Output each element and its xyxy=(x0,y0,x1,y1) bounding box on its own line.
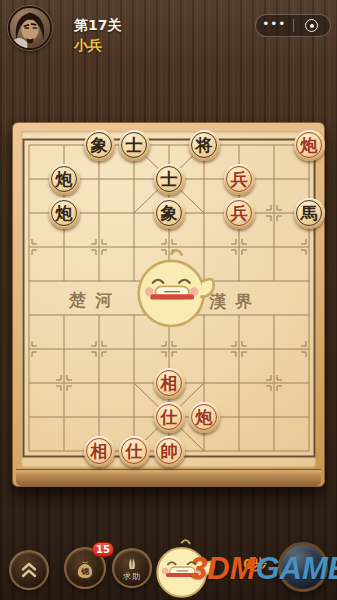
piece-red-相[interactable]: 相 xyxy=(154,368,185,399)
help-button[interactable]: 求助 xyxy=(112,548,152,588)
piece-black-士[interactable]: 士 xyxy=(154,164,185,195)
piece-black-炮[interactable]: 炮 xyxy=(49,164,80,195)
more-menu-icon[interactable]: ••• xyxy=(256,19,293,29)
close-target-icon[interactable] xyxy=(294,19,331,32)
app-screen: 第17关 小兵 ••• 楚河 漢界 象士将炮炮士兵炮象兵馬相仕炮相仕帥 锦 15 xyxy=(0,0,337,600)
piece-red-相[interactable]: 相 xyxy=(84,436,115,467)
collapse-button[interactable] xyxy=(9,550,49,590)
piece-red-兵[interactable]: 兵 xyxy=(224,198,255,229)
piece-black-士[interactable]: 士 xyxy=(119,130,150,161)
piece-red-炮[interactable]: 炮 xyxy=(189,402,220,433)
help-label: 求助 xyxy=(123,573,141,581)
money-bag-icon: 锦 xyxy=(71,554,99,582)
level-name: 小兵 xyxy=(74,37,102,55)
level-label: 第17关 xyxy=(74,17,121,35)
watermark-chick-icon xyxy=(148,536,218,600)
double-chevron-up-icon xyxy=(17,558,41,582)
piece-red-炮[interactable]: 炮 xyxy=(294,130,325,161)
piece-black-炮[interactable]: 炮 xyxy=(49,198,80,229)
hint-count-badge: 15 xyxy=(92,542,114,557)
piece-black-馬[interactable]: 馬 xyxy=(294,198,325,229)
board-grid: 象士将炮炮士兵炮象兵馬相仕炮相仕帥 xyxy=(13,123,326,488)
piece-black-象[interactable]: 象 xyxy=(84,130,115,161)
piece-black-将[interactable]: 将 xyxy=(189,130,220,161)
xiangqi-board: 楚河 漢界 象士将炮炮士兵炮象兵馬相仕炮相仕帥 xyxy=(12,122,325,487)
piece-red-仕[interactable]: 仕 xyxy=(119,436,150,467)
player-avatar[interactable] xyxy=(8,6,52,50)
piece-red-仕[interactable]: 仕 xyxy=(154,402,185,433)
piece-black-象[interactable]: 象 xyxy=(154,198,185,229)
step-counter: 0步 xyxy=(243,556,267,574)
praying-hands-icon xyxy=(123,556,141,572)
svg-text:锦: 锦 xyxy=(80,567,89,576)
dark-orb-button[interactable] xyxy=(278,542,328,592)
piece-red-兵[interactable]: 兵 xyxy=(224,164,255,195)
piece-red-帥[interactable]: 帥 xyxy=(154,436,185,467)
miniprogram-capsule: ••• xyxy=(255,14,331,37)
